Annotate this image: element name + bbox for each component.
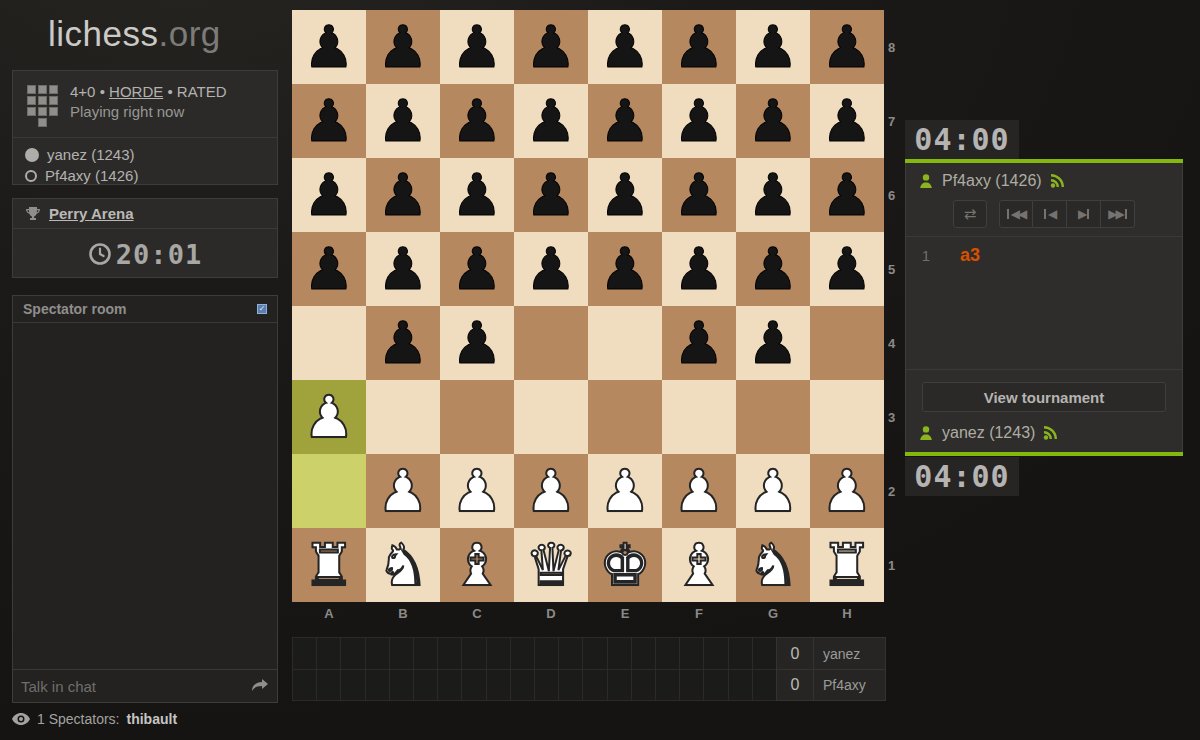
- chess-board: ♟♟♟♟♟♟♟♟♟♟♟♟♟♟♟♟♟♟♟♟♟♟♟♟♟♟♟♟♟♟♟♟♟♟♟♟♟♟♟♟…: [292, 10, 884, 602]
- move-number: 1: [906, 247, 946, 264]
- crosstable-empty-cell: [703, 637, 727, 669]
- square-e6[interactable]: ♟: [588, 158, 662, 232]
- square-b1[interactable]: ♞: [366, 528, 440, 602]
- variant-link[interactable]: HORDE: [109, 83, 163, 100]
- spectator-name[interactable]: thibault: [127, 711, 178, 727]
- square-f2[interactable]: ♟: [662, 454, 736, 528]
- rank-label-2: 2: [888, 454, 895, 528]
- crosstable-empty-cell: [607, 637, 631, 669]
- black-piece-h6: ♟: [810, 158, 884, 232]
- black-piece-e6: ♟: [588, 158, 662, 232]
- square-g1[interactable]: ♞: [736, 528, 810, 602]
- white-piece-a3: ♟: [292, 380, 366, 454]
- bottom-player-clock: 04:00: [905, 457, 1019, 496]
- crosstable-empty-cell: [389, 637, 413, 669]
- crosstable-empty-cell: [365, 669, 389, 701]
- square-a6[interactable]: ♟: [292, 158, 366, 232]
- black-piece-h8: ♟: [810, 10, 884, 84]
- crosstable-empty-cell: [534, 669, 558, 701]
- black-piece-c8: ♟: [440, 10, 514, 84]
- square-h6[interactable]: ♟: [810, 158, 884, 232]
- white-piece-e2: ♟: [588, 454, 662, 528]
- square-d1[interactable]: ♛: [514, 528, 588, 602]
- rank-label-8: 8: [888, 10, 895, 84]
- square-a7[interactable]: ♟: [292, 84, 366, 158]
- site-logo[interactable]: lichess.org: [48, 14, 221, 54]
- move-list: 1 a3: [906, 236, 1182, 370]
- black-piece-g7: ♟: [736, 84, 810, 158]
- crosstable-empty-cell: [316, 637, 340, 669]
- square-f3[interactable]: [662, 380, 736, 454]
- rank-labels: 87654321: [888, 10, 895, 602]
- last-move-button[interactable]: ▶▶: [1101, 200, 1135, 228]
- black-piece-b6: ♟: [366, 158, 440, 232]
- square-f6[interactable]: ♟: [662, 158, 736, 232]
- tournament-panel: Perry Arena 20:01: [12, 198, 278, 278]
- spectators-count: 1 Spectators:: [37, 711, 120, 727]
- replay-controls: ⇄ ◀◀ ◀ ▶ ▶▶: [906, 196, 1182, 236]
- file-label-d: D: [514, 604, 588, 624]
- crosstable-empty-cell: [631, 637, 655, 669]
- black-piece-h7: ♟: [810, 84, 884, 158]
- logo-suffix: .org: [158, 14, 220, 53]
- file-label-b: B: [366, 604, 440, 624]
- square-h5[interactable]: ♟: [810, 232, 884, 306]
- file-label-a: A: [292, 604, 366, 624]
- square-d3[interactable]: [514, 380, 588, 454]
- crosstable-row: 0 yanez: [292, 637, 886, 669]
- logo-main: lichess: [48, 14, 158, 53]
- move-row[interactable]: 1 a3: [906, 245, 1182, 266]
- square-h8[interactable]: ♟: [810, 10, 884, 84]
- white-piece-b1: ♞: [366, 528, 440, 602]
- black-piece-f7: ♟: [662, 84, 736, 158]
- rank-label-5: 5: [888, 232, 895, 306]
- black-piece-a6: ♟: [292, 158, 366, 232]
- square-b7[interactable]: ♟: [366, 84, 440, 158]
- square-h1[interactable]: ♜: [810, 528, 884, 602]
- square-c5[interactable]: ♟: [440, 232, 514, 306]
- black-piece-b7: ♟: [366, 84, 440, 158]
- signal-icon: [1050, 174, 1066, 188]
- player-name-cell[interactable]: yanez: [814, 637, 886, 669]
- square-a5[interactable]: ♟: [292, 232, 366, 306]
- crosstable-empty-cell: [486, 637, 510, 669]
- black-piece-d6: ♟: [514, 158, 588, 232]
- white-piece-d2: ♟: [514, 454, 588, 528]
- black-piece-c7: ♟: [440, 84, 514, 158]
- crosstable-empty-cell: [292, 669, 316, 701]
- black-piece-g4: ♟: [736, 306, 810, 380]
- top-player-name: Pf4axy (1426): [942, 172, 1042, 190]
- first-move-button[interactable]: ◀◀: [999, 200, 1033, 228]
- file-label-h: H: [810, 604, 884, 624]
- score-cell: 0: [776, 637, 814, 669]
- square-e7[interactable]: ♟: [588, 84, 662, 158]
- crosstable-empty-cell: [703, 669, 727, 701]
- black-piece-b4: ♟: [366, 306, 440, 380]
- crosstable-empty-cell: [292, 637, 316, 669]
- white-piece-d1: ♛: [514, 528, 588, 602]
- square-e3[interactable]: [588, 380, 662, 454]
- crosstable-empty-cell: [607, 669, 631, 701]
- tournament-countdown: 20:01: [116, 239, 202, 270]
- square-h3[interactable]: [810, 380, 884, 454]
- white-piece-b2: ♟: [366, 454, 440, 528]
- game-info-panel: 4+0 • HORDE • RATED Playing right now ya…: [12, 70, 278, 185]
- crosstable-empty-cell: [679, 669, 703, 701]
- file-label-e: E: [588, 604, 662, 624]
- white-player-label: yanez (1243): [47, 146, 135, 163]
- top-player-clock: 04:00: [905, 120, 1019, 159]
- crosstable-empty-cell: [365, 637, 389, 669]
- person-icon: [918, 425, 934, 441]
- square-b3[interactable]: [366, 380, 440, 454]
- square-c6[interactable]: ♟: [440, 158, 514, 232]
- person-icon: [918, 173, 934, 189]
- black-piece-a5: ♟: [292, 232, 366, 306]
- crosstable-empty-cell: [413, 637, 437, 669]
- square-b2[interactable]: ♟: [366, 454, 440, 528]
- crosstable-empty-cell: [752, 669, 776, 701]
- white-piece-h2: ♟: [810, 454, 884, 528]
- file-label-c: C: [440, 604, 514, 624]
- crosstable-empty-cell: [534, 637, 558, 669]
- crosstable-empty-cell: [752, 637, 776, 669]
- black-piece-h5: ♟: [810, 232, 884, 306]
- black-piece-f5: ♟: [662, 232, 736, 306]
- square-d4[interactable]: [514, 306, 588, 380]
- square-f4[interactable]: ♟: [662, 306, 736, 380]
- trophy-icon: [25, 206, 41, 222]
- square-g7[interactable]: ♟: [736, 84, 810, 158]
- score-cell: 0: [776, 669, 814, 701]
- next-move-button[interactable]: ▶: [1067, 200, 1101, 228]
- square-b6[interactable]: ♟: [366, 158, 440, 232]
- square-f8[interactable]: ♟: [662, 10, 736, 84]
- signal-icon: [1043, 426, 1059, 440]
- crosstable-empty-cell: [558, 637, 582, 669]
- white-piece-f2: ♟: [662, 454, 736, 528]
- eye-icon: [12, 713, 30, 725]
- square-g4[interactable]: ♟: [736, 306, 810, 380]
- horde-variant-grid-icon: [27, 85, 58, 127]
- chat-toggle-icon[interactable]: ✓: [257, 304, 267, 314]
- white-player-row[interactable]: yanez (1243): [13, 144, 277, 165]
- square-c4[interactable]: ♟: [440, 306, 514, 380]
- crosstable-empty-cell: [582, 669, 606, 701]
- crosstable-empty-cell: [728, 637, 752, 669]
- square-c7[interactable]: ♟: [440, 84, 514, 158]
- black-piece-f4: ♟: [662, 306, 736, 380]
- white-piece-a1: ♜: [292, 528, 366, 602]
- square-c8[interactable]: ♟: [440, 10, 514, 84]
- send-message-icon[interactable]: [251, 678, 269, 694]
- crosstable-empty-cell: [461, 669, 485, 701]
- white-piece-f1: ♝: [662, 528, 736, 602]
- black-piece-c5: ♟: [440, 232, 514, 306]
- crosstable-empty-cell: [728, 669, 752, 701]
- black-piece-g6: ♟: [736, 158, 810, 232]
- active-player-bar-bottom: [905, 452, 1183, 456]
- square-h4[interactable]: [810, 306, 884, 380]
- square-e5[interactable]: ♟: [588, 232, 662, 306]
- game-status-text: Playing right now: [70, 103, 227, 120]
- crosstable-empty-cell: [486, 669, 510, 701]
- square-a1[interactable]: ♜: [292, 528, 366, 602]
- black-piece-f6: ♟: [662, 158, 736, 232]
- file-label-f: F: [662, 604, 736, 624]
- view-tournament-button[interactable]: View tournament: [922, 382, 1166, 412]
- crosstable-empty-cell: [437, 669, 461, 701]
- crosstable-row: 0 Pf4axy: [292, 669, 886, 701]
- black-piece-c6: ♟: [440, 158, 514, 232]
- square-g3[interactable]: [736, 380, 810, 454]
- spectators-line: 1 Spectators: thibault: [12, 711, 177, 727]
- black-piece-d8: ♟: [514, 10, 588, 84]
- crosstable-empty-cell: [437, 637, 461, 669]
- black-piece-d7: ♟: [514, 84, 588, 158]
- square-h7[interactable]: ♟: [810, 84, 884, 158]
- black-piece-e7: ♟: [588, 84, 662, 158]
- square-b5[interactable]: ♟: [366, 232, 440, 306]
- black-piece-d5: ♟: [514, 232, 588, 306]
- crosstable-empty-cell: [631, 669, 655, 701]
- square-d5[interactable]: ♟: [514, 232, 588, 306]
- crosstable-empty-cell: [389, 669, 413, 701]
- top-player-row[interactable]: Pf4axy (1426): [906, 163, 1182, 196]
- white-piece-c2: ♟: [440, 454, 514, 528]
- square-e4[interactable]: [588, 306, 662, 380]
- crosstable-empty-cell: [340, 669, 364, 701]
- black-piece-f8: ♟: [662, 10, 736, 84]
- crosstable-empty-cell: [655, 669, 679, 701]
- crosstable-empty-cell: [316, 669, 340, 701]
- square-a2[interactable]: [292, 454, 366, 528]
- square-e8[interactable]: ♟: [588, 10, 662, 84]
- square-g2[interactable]: ♟: [736, 454, 810, 528]
- square-g6[interactable]: ♟: [736, 158, 810, 232]
- rank-label-6: 6: [888, 158, 895, 232]
- square-d2[interactable]: ♟: [514, 454, 588, 528]
- game-side-panel: Pf4axy (1426) ⇄ ◀◀ ◀ ▶ ▶▶ 1 a3 View tour…: [905, 163, 1183, 452]
- black-piece-g8: ♟: [736, 10, 810, 84]
- player-name-cell[interactable]: Pf4axy: [814, 669, 886, 701]
- rank-label-3: 3: [888, 380, 895, 454]
- square-d7[interactable]: ♟: [514, 84, 588, 158]
- black-piece-a8: ♟: [292, 10, 366, 84]
- tournament-link[interactable]: Perry Arena: [49, 205, 134, 222]
- crosstable-empty-cell: [461, 637, 485, 669]
- crosstable-empty-cell: [679, 637, 703, 669]
- square-g5[interactable]: ♟: [736, 232, 810, 306]
- square-c3[interactable]: [440, 380, 514, 454]
- square-f7[interactable]: ♟: [662, 84, 736, 158]
- outline-circle-icon: [25, 170, 37, 182]
- white-piece-c1: ♝: [440, 528, 514, 602]
- spectator-room-panel: Spectator room ✓: [12, 295, 278, 703]
- crosstable-empty-cell: [510, 637, 534, 669]
- black-piece-g5: ♟: [736, 232, 810, 306]
- file-label-g: G: [736, 604, 810, 624]
- crosstable-empty-cell: [558, 669, 582, 701]
- bottom-player-name: yanez (1243): [942, 424, 1035, 442]
- square-h2[interactable]: ♟: [810, 454, 884, 528]
- square-d6[interactable]: ♟: [514, 158, 588, 232]
- file-labels: ABCDEFGH: [292, 604, 884, 624]
- black-piece-b5: ♟: [366, 232, 440, 306]
- square-f5[interactable]: ♟: [662, 232, 736, 306]
- tournament-crosstable: 0 yanez 0 Pf4axy: [292, 637, 886, 701]
- square-e2[interactable]: ♟: [588, 454, 662, 528]
- square-c2[interactable]: ♟: [440, 454, 514, 528]
- chat-title: Spectator room: [23, 301, 126, 317]
- square-a3[interactable]: ♟: [292, 380, 366, 454]
- game-setup-line: 4+0 • HORDE • RATED: [70, 83, 227, 100]
- square-g8[interactable]: ♟: [736, 10, 810, 84]
- white-piece-h1: ♜: [810, 528, 884, 602]
- crosstable-empty-cell: [582, 637, 606, 669]
- square-c1[interactable]: ♝: [440, 528, 514, 602]
- rank-label-4: 4: [888, 306, 895, 380]
- white-piece-g1: ♞: [736, 528, 810, 602]
- crosstable-empty-cell: [340, 637, 364, 669]
- bottom-player-row[interactable]: yanez (1243): [906, 416, 1182, 452]
- square-b4[interactable]: ♟: [366, 306, 440, 380]
- filled-circle-icon: [25, 148, 39, 162]
- black-piece-a7: ♟: [292, 84, 366, 158]
- rank-label-7: 7: [888, 84, 895, 158]
- white-piece-g2: ♟: [736, 454, 810, 528]
- square-f1[interactable]: ♝: [662, 528, 736, 602]
- clock-icon: [88, 242, 112, 266]
- black-piece-b8: ♟: [366, 10, 440, 84]
- square-a8[interactable]: ♟: [292, 10, 366, 84]
- chat-messages-area: [13, 323, 277, 669]
- crosstable-empty-cell: [510, 669, 534, 701]
- black-piece-e5: ♟: [588, 232, 662, 306]
- flip-board-button[interactable]: ⇄: [953, 200, 987, 228]
- white-piece-e1: ♚: [588, 528, 662, 602]
- square-e1[interactable]: ♚: [588, 528, 662, 602]
- chat-input[interactable]: [21, 678, 251, 695]
- square-a4[interactable]: [292, 306, 366, 380]
- square-b8[interactable]: ♟: [366, 10, 440, 84]
- black-piece-e8: ♟: [588, 10, 662, 84]
- crosstable-empty-cell: [655, 637, 679, 669]
- move-san[interactable]: a3: [960, 245, 980, 266]
- crosstable-empty-cell: [413, 669, 437, 701]
- black-player-row[interactable]: Pf4axy (1426): [13, 165, 277, 186]
- black-piece-c4: ♟: [440, 306, 514, 380]
- black-player-label: Pf4axy (1426): [45, 167, 138, 184]
- square-d8[interactable]: ♟: [514, 10, 588, 84]
- previous-move-button[interactable]: ◀: [1033, 200, 1067, 228]
- rank-label-1: 1: [888, 528, 895, 602]
